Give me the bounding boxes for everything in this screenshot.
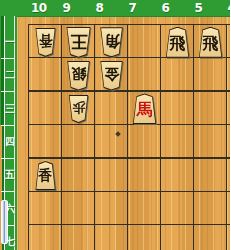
board-square-9-4[interactable] [62,125,95,158]
board-square-8-3[interactable] [95,92,128,125]
shogi-app-window: 10987654 一二三四五六七 香王角飛飛銀金歩馬香 [0,0,230,250]
piece-kanji: 香 [33,31,58,49]
gote-pawn-piece[interactable]: 歩 [67,95,91,123]
board-square-4-6[interactable] [227,192,230,225]
board-square-6-7[interactable] [161,225,194,250]
rank-separator-line [1,91,14,92]
board-square-7-6[interactable] [128,192,161,225]
board-square-6-3[interactable] [161,92,194,125]
gutter-separator-line [14,16,15,250]
board-square-8-4[interactable] [95,125,128,158]
board-square-5-7[interactable] [194,225,227,250]
file-label-7: 7 [129,1,137,15]
gote-silver-piece[interactable]: 銀 [65,61,93,91]
file-label-6: 6 [162,1,170,15]
board-square-6-4[interactable] [161,125,194,158]
board-square-7-5[interactable] [128,158,161,191]
gote-king-piece[interactable]: 王 [64,27,94,58]
board-square-4-2[interactable] [227,58,230,91]
sente-rook-piece[interactable]: 飛 [196,27,225,58]
board-square-5-5[interactable] [194,158,227,191]
board-square-7-2[interactable] [128,58,161,91]
board-square-6-6[interactable] [161,192,194,225]
rank-separator-line [1,158,14,159]
rank-separator-line [1,191,14,192]
board-square-10-4[interactable] [29,125,62,158]
board-square-9-6[interactable] [62,192,95,225]
board-square-9-7[interactable] [62,225,95,250]
board-square-10-2[interactable] [29,58,62,91]
piece-kanji: 角 [98,30,126,51]
rank-label-4: 四 [5,136,14,147]
file-label-4: 4 [228,1,231,15]
piece-kanji: 王 [64,30,94,53]
board-square-10-7[interactable] [29,225,62,250]
rank-separator-line [1,125,14,126]
gote-bishop-piece[interactable]: 角 [98,27,126,57]
board-square-7-4[interactable] [128,125,161,158]
board-square-9-5[interactable] [62,158,95,191]
board-square-4-4[interactable] [227,125,230,158]
board-square-10-6[interactable] [29,192,62,225]
sente-lance-piece[interactable]: 香 [33,161,58,190]
file-coordinate-header: 10987654 [0,0,230,17]
board-square-8-7[interactable] [95,225,128,250]
sente-promoted-bishop-horse-piece[interactable]: 馬 [130,93,159,124]
piece-kanji: 飛 [196,34,225,55]
file-label-9: 9 [63,1,71,15]
rank-label-3: 三 [5,103,14,114]
board-square-10-3[interactable] [29,92,62,125]
board-square-4-1[interactable] [227,25,230,58]
rank-separator-line [1,58,14,59]
sente-rook-piece[interactable]: 飛 [163,27,192,58]
board-square-6-2[interactable] [161,58,194,91]
gote-lance-piece[interactable]: 香 [33,28,58,57]
scrollbar-thumb[interactable] [1,200,8,244]
piece-kanji: 飛 [163,34,192,55]
piece-kanji: 香 [33,167,58,185]
board-square-6-5[interactable] [161,158,194,191]
board-square-8-6[interactable] [95,192,128,225]
board-squares-layer [29,25,230,250]
board-square-7-1[interactable] [128,25,161,58]
board-square-4-5[interactable] [227,158,230,191]
piece-kanji: 馬 [130,100,159,121]
board-square-5-6[interactable] [194,192,227,225]
board-square-5-3[interactable] [194,92,227,125]
rank-label-1: 一 [5,36,14,47]
board-square-5-2[interactable] [194,58,227,91]
board-square-8-5[interactable] [95,158,128,191]
file-label-5: 5 [195,1,203,15]
board-square-7-7[interactable] [128,225,161,250]
gote-gold-piece[interactable]: 金 [98,61,126,91]
board-square-5-4[interactable] [194,125,227,158]
file-label-8: 8 [96,1,104,15]
board-square-4-7[interactable] [227,225,230,250]
board-square-4-3[interactable] [227,92,230,125]
rank-label-2: 二 [5,69,14,80]
piece-kanji: 金 [98,64,126,83]
piece-kanji: 銀 [65,64,93,83]
file-label-10: 10 [31,1,47,15]
rank-label-5: 五 [5,169,14,180]
rank-coordinate-gutter: 一二三四五六七 [0,16,17,250]
piece-kanji: 歩 [67,98,91,116]
